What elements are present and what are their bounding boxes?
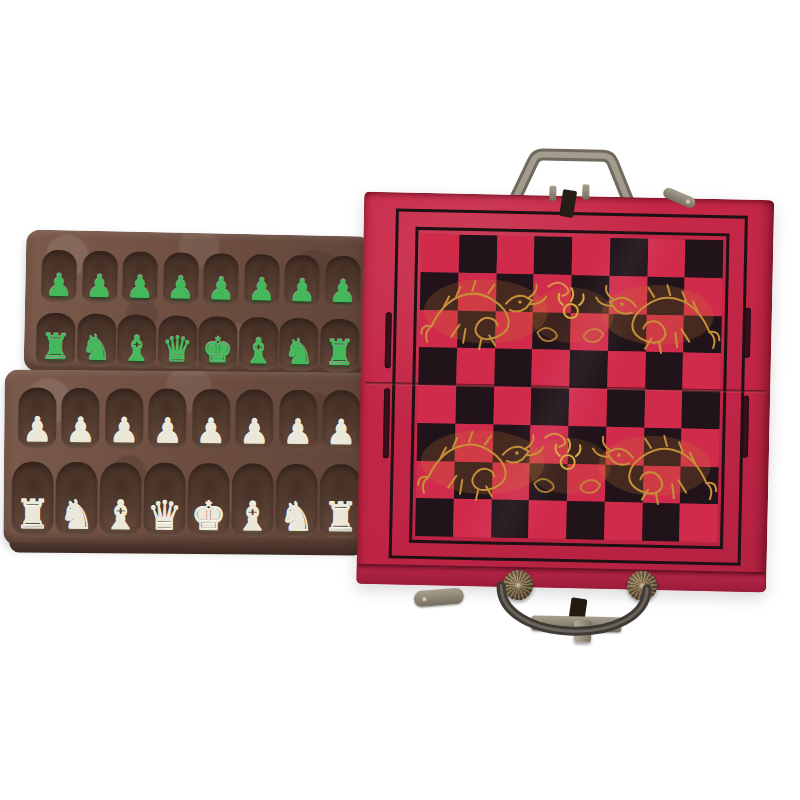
board-square-r3c3 — [495, 311, 534, 350]
board-square-r7c7 — [642, 465, 681, 504]
ivory-pawn-row: ♟♟♟♟♟♟♟♟ — [18, 386, 361, 451]
board-square-r4c3 — [494, 349, 533, 388]
green-knight-piece: ♞ — [80, 331, 112, 368]
board-square-r4c4 — [532, 350, 571, 389]
board-square-r8c3 — [491, 500, 530, 539]
board-square-r7c4 — [529, 463, 568, 502]
green-pawn-slot: ♟ — [122, 251, 158, 304]
ivory-pawn-slot: ♟ — [279, 390, 318, 450]
ivory-pawn-piece: ♟ — [326, 415, 357, 450]
board-square-r3c6 — [608, 313, 647, 352]
green-bishop-slot: ♝ — [238, 317, 278, 371]
green-pawn-piece: ♟ — [85, 271, 113, 304]
ivory-pawn-slot: ♟ — [235, 389, 274, 449]
ivory-pawn-slot: ♟ — [18, 388, 57, 448]
board-square-r7c1 — [416, 460, 455, 499]
board-square-r2c1 — [420, 272, 459, 311]
board-square-r6c6 — [605, 427, 644, 466]
board-square-r2c2 — [458, 272, 497, 311]
ivory-knight-piece: ♞ — [58, 495, 94, 536]
board-square-r5c8 — [682, 390, 721, 429]
green-back-row: ♜♞♝♛♚♝♞♜ — [36, 312, 360, 373]
green-bishop-slot: ♝ — [117, 314, 157, 368]
green-queen-piece: ♛ — [161, 332, 193, 369]
ivory-knight-piece: ♞ — [278, 497, 314, 538]
chess-box — [355, 146, 775, 654]
green-pawn-slot: ♟ — [41, 250, 77, 303]
green-bishop-piece: ♝ — [242, 334, 274, 371]
board-square-r2c4 — [533, 274, 572, 313]
board-square-r4c1 — [418, 347, 457, 386]
green-pawn-slot: ♟ — [244, 254, 280, 307]
ivory-bishop-piece: ♝ — [234, 496, 270, 537]
board-square-r6c7 — [643, 427, 682, 466]
board-square-r3c2 — [457, 310, 496, 349]
board-square-r1c2 — [458, 235, 497, 274]
board-square-r4c5 — [569, 350, 608, 389]
green-pawn-piece: ♟ — [45, 270, 73, 303]
ivory-pawn-slot: ♟ — [148, 389, 187, 449]
product-photo-scene: ♟♟♟♟♟♟♟♟ ♜♞♝♛♚♝♞♜ ♟♟♟♟♟♟♟♟ ♜♞♝♛♚♝♞♜ — [0, 0, 800, 800]
green-rook-piece: ♜ — [323, 336, 355, 373]
ivory-pawn-slot: ♟ — [322, 390, 361, 450]
board-square-r8c5 — [566, 501, 605, 540]
ivory-knight-slot: ♞ — [55, 462, 98, 536]
fold-slot — [383, 388, 390, 458]
board-square-r7c3 — [491, 462, 530, 501]
board-square-r5c3 — [493, 387, 532, 426]
clasp-post-icon — [582, 184, 589, 199]
board-square-r2c8 — [684, 277, 723, 316]
board-square-r2c5 — [571, 275, 610, 314]
piece-tray-ivory: ♟♟♟♟♟♟♟♟ ♜♞♝♛♚♝♞♜ — [3, 369, 373, 548]
board-square-r3c8 — [683, 315, 722, 354]
fold-slot — [742, 396, 749, 458]
green-pawn-slot: ♟ — [284, 255, 320, 308]
board-square-r6c5 — [568, 426, 607, 465]
board-square-r1c8 — [685, 239, 724, 278]
board-square-r1c6 — [609, 238, 648, 277]
drop-bail-handle-icon — [488, 579, 657, 641]
green-pawn-piece: ♟ — [288, 275, 316, 308]
clasp-post-icon — [549, 186, 556, 201]
green-pawn-slot: ♟ — [325, 256, 361, 309]
ivory-pawn-piece: ♟ — [196, 414, 227, 449]
ivory-king-piece: ♚ — [190, 496, 226, 537]
green-pawn-slot: ♟ — [82, 251, 118, 304]
board-square-r8c8 — [679, 504, 718, 543]
board-square-r4c6 — [607, 351, 646, 390]
ivory-king-slot: ♚ — [187, 463, 230, 537]
board-square-r8c7 — [642, 503, 681, 542]
ivory-knight-slot: ♞ — [275, 464, 318, 538]
board-square-r8c4 — [528, 501, 567, 540]
green-rook-piece: ♜ — [39, 330, 71, 367]
screw-icon — [685, 198, 692, 205]
board-square-r2c3 — [495, 273, 534, 312]
board-square-r2c6 — [609, 276, 648, 315]
ivory-back-row: ♜♞♝♛♚♝♞♜ — [11, 457, 362, 538]
ivory-bishop-slot: ♝ — [99, 462, 142, 536]
board-square-r3c7 — [646, 314, 685, 353]
board-square-r7c8 — [680, 466, 719, 505]
green-knight-slot: ♞ — [279, 318, 319, 372]
board-square-r7c5 — [567, 464, 606, 503]
board-square-r3c5 — [570, 313, 609, 352]
board-square-r5c6 — [606, 389, 645, 428]
green-pawn-piece: ♟ — [166, 272, 194, 305]
board-square-r2c7 — [646, 276, 685, 315]
green-pawn-slot: ♟ — [203, 253, 239, 306]
box-lid — [356, 192, 774, 593]
board-square-r6c1 — [417, 423, 456, 462]
ivory-pawn-slot: ♟ — [105, 388, 144, 448]
green-queen-slot: ♛ — [157, 315, 197, 369]
ivory-queen-piece: ♛ — [146, 496, 182, 537]
ivory-pawn-piece: ♟ — [109, 413, 140, 448]
board-square-r4c2 — [456, 348, 495, 387]
ivory-pawn-piece: ♟ — [65, 413, 96, 448]
green-bishop-piece: ♝ — [121, 331, 153, 368]
ivory-rook-piece: ♜ — [322, 497, 358, 538]
green-pawn-piece: ♟ — [247, 274, 275, 307]
board-square-r7c2 — [454, 461, 493, 500]
ivory-pawn-slot: ♟ — [192, 389, 231, 449]
ivory-rook-slot: ♜ — [319, 464, 362, 538]
ivory-rook-slot: ♜ — [11, 461, 54, 535]
board-square-r6c4 — [530, 425, 569, 464]
ivory-bishop-piece: ♝ — [102, 495, 138, 536]
board-square-r1c4 — [534, 236, 573, 275]
board-square-r5c1 — [417, 385, 456, 424]
hinge-plate-icon — [413, 587, 464, 607]
board-square-r6c3 — [492, 424, 531, 463]
board-square-r8c2 — [453, 499, 492, 538]
board-square-r1c3 — [496, 236, 535, 275]
ivory-queen-slot: ♛ — [143, 463, 186, 537]
green-pawn-piece: ♟ — [207, 273, 235, 306]
board-square-r3c1 — [419, 309, 458, 348]
green-knight-piece: ♞ — [283, 335, 315, 372]
board-square-r1c5 — [572, 237, 611, 276]
ivory-pawn-piece: ♟ — [152, 414, 183, 449]
ivory-pawn-slot: ♟ — [62, 388, 101, 448]
board-square-r4c8 — [682, 353, 721, 392]
green-knight-slot: ♞ — [76, 313, 116, 367]
board-square-r6c2 — [454, 423, 493, 462]
ivory-bishop-slot: ♝ — [231, 463, 274, 537]
ivory-pawn-piece: ♟ — [239, 414, 270, 449]
board-square-r5c7 — [644, 390, 683, 429]
board-square-r3c4 — [532, 312, 571, 351]
green-king-piece: ♚ — [202, 333, 234, 370]
fold-slot — [385, 312, 392, 368]
ivory-pawn-piece: ♟ — [282, 415, 313, 450]
green-rook-slot: ♜ — [36, 313, 76, 367]
board-square-r8c1 — [415, 498, 454, 537]
piece-tray-green: ♟♟♟♟♟♟♟♟ ♜♞♝♛♚♝♞♜ — [24, 229, 372, 378]
board-square-r1c7 — [647, 239, 686, 278]
green-king-slot: ♚ — [198, 316, 238, 370]
board-square-r5c2 — [455, 386, 494, 425]
board-square-r5c5 — [568, 388, 607, 427]
board-square-r1c1 — [421, 234, 460, 273]
board-square-r5c4 — [531, 387, 570, 426]
green-pawn-piece: ♟ — [126, 272, 154, 305]
fold-slot — [744, 308, 751, 358]
ivory-pawn-piece: ♟ — [22, 413, 53, 448]
green-rook-slot: ♜ — [320, 319, 360, 373]
green-pawn-slot: ♟ — [163, 252, 199, 305]
green-pawn-row: ♟♟♟♟♟♟♟♟ — [41, 248, 361, 309]
green-pawn-piece: ♟ — [328, 276, 356, 309]
board-square-r8c6 — [604, 502, 643, 541]
board-square-r6c8 — [681, 428, 720, 467]
board-square-r7c6 — [605, 464, 644, 503]
board-square-r4c7 — [645, 352, 684, 391]
ivory-rook-piece: ♜ — [14, 494, 50, 535]
